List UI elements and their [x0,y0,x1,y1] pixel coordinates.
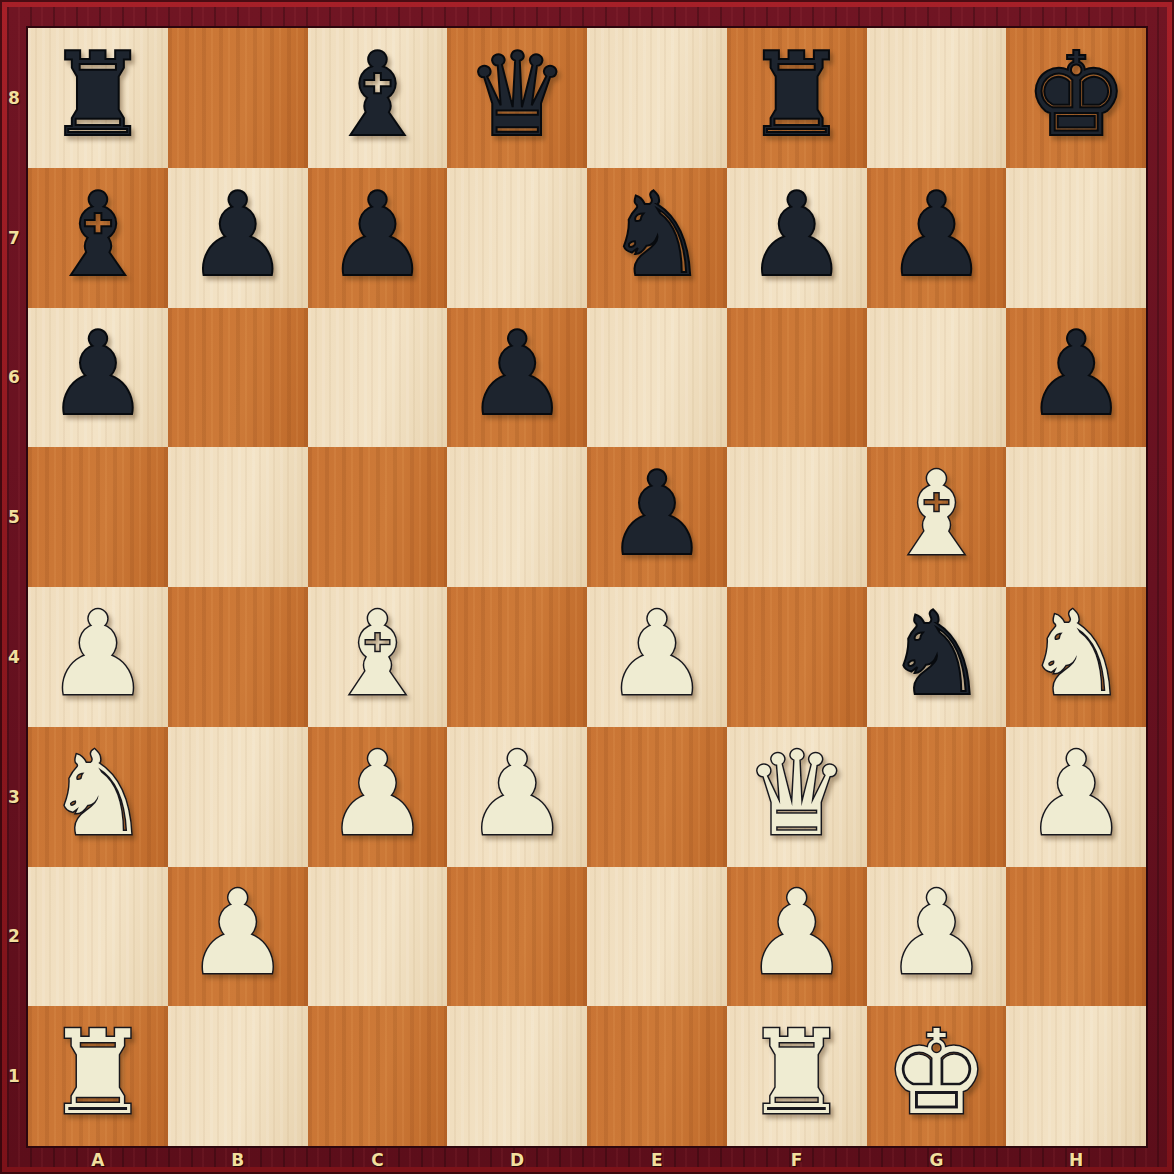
square-c3[interactable]: ♟ [308,727,448,867]
piece-white-pawn[interactable]: ♟ [745,875,849,991]
square-h1[interactable] [1006,1006,1146,1146]
square-h2[interactable] [1006,867,1146,1007]
square-h7[interactable] [1006,168,1146,308]
file-label-f: F [727,1146,867,1174]
file-label-b: B [168,1146,308,1174]
square-b8[interactable] [168,28,308,168]
rank-label-5: 5 [0,447,28,587]
square-d1[interactable] [447,1006,587,1146]
square-b4[interactable] [168,587,308,727]
piece-white-pawn[interactable]: ♟ [46,596,150,712]
piece-white-pawn[interactable]: ♟ [605,596,709,712]
rank-label-3: 3 [0,727,28,867]
piece-white-pawn[interactable]: ♟ [465,736,569,852]
piece-black-pawn[interactable]: ♟ [46,316,150,432]
square-f4[interactable] [727,587,867,727]
square-c6[interactable] [308,308,448,448]
square-d4[interactable] [447,587,587,727]
piece-white-king[interactable]: ♚ [884,1015,988,1131]
square-g3[interactable] [867,727,1007,867]
square-d5[interactable] [447,447,587,587]
square-e3[interactable] [587,727,727,867]
square-e4[interactable]: ♟ [587,587,727,727]
square-a8[interactable]: ♜ [28,28,168,168]
rank-label-6: 6 [0,308,28,448]
piece-white-queen[interactable]: ♛ [745,736,849,852]
square-e1[interactable] [587,1006,727,1146]
piece-black-king[interactable]: ♚ [1024,37,1128,153]
piece-black-queen[interactable]: ♛ [465,37,569,153]
square-e6[interactable] [587,308,727,448]
square-b6[interactable] [168,308,308,448]
square-a4[interactable]: ♟ [28,587,168,727]
square-c2[interactable] [308,867,448,1007]
square-g5[interactable]: ♝ [867,447,1007,587]
square-c5[interactable] [308,447,448,587]
rank-label-4: 4 [0,587,28,727]
rank-label-7: 7 [0,168,28,308]
file-label-c: C [308,1146,448,1174]
square-g6[interactable] [867,308,1007,448]
file-label-h: H [1006,1146,1146,1174]
piece-black-bishop[interactable]: ♝ [325,37,429,153]
piece-black-pawn[interactable]: ♟ [186,177,290,293]
file-labels: ABCDEFGH [28,1146,1146,1174]
square-c7[interactable]: ♟ [308,168,448,308]
square-a3[interactable]: ♞ [28,727,168,867]
chess-board: ♜♝♛♜♚♝♟♟♞♟♟♟♟♟♟♝♟♝♟♞♞♞♟♟♛♟♟♟♟♜♜♚ [28,28,1146,1146]
file-label-a: A [28,1146,168,1174]
piece-white-bishop[interactable]: ♝ [884,456,988,572]
square-b5[interactable] [168,447,308,587]
piece-black-pawn[interactable]: ♟ [465,316,569,432]
piece-white-pawn[interactable]: ♟ [325,736,429,852]
square-c1[interactable] [308,1006,448,1146]
square-h8[interactable]: ♚ [1006,28,1146,168]
rank-label-8: 8 [0,28,28,168]
file-label-g: G [867,1146,1007,1174]
square-g1[interactable]: ♚ [867,1006,1007,1146]
square-a5[interactable] [28,447,168,587]
square-h4[interactable]: ♞ [1006,587,1146,727]
file-label-e: E [587,1146,727,1174]
piece-black-pawn[interactable]: ♟ [745,177,849,293]
square-h3[interactable]: ♟ [1006,727,1146,867]
square-b2[interactable]: ♟ [168,867,308,1007]
piece-white-rook[interactable]: ♜ [745,1015,849,1131]
piece-black-pawn[interactable]: ♟ [325,177,429,293]
square-f3[interactable]: ♛ [727,727,867,867]
piece-white-pawn[interactable]: ♟ [1024,736,1128,852]
piece-black-pawn[interactable]: ♟ [605,456,709,572]
square-e7[interactable]: ♞ [587,168,727,308]
square-d3[interactable]: ♟ [447,727,587,867]
square-a7[interactable]: ♝ [28,168,168,308]
rank-label-1: 1 [0,1006,28,1146]
piece-white-knight[interactable]: ♞ [1024,596,1128,712]
square-d7[interactable] [447,168,587,308]
square-g8[interactable] [867,28,1007,168]
piece-black-rook[interactable]: ♜ [46,37,150,153]
square-d2[interactable] [447,867,587,1007]
square-h6[interactable]: ♟ [1006,308,1146,448]
square-h5[interactable] [1006,447,1146,587]
rank-label-2: 2 [0,867,28,1007]
square-e8[interactable] [587,28,727,168]
square-f2[interactable]: ♟ [727,867,867,1007]
piece-white-bishop[interactable]: ♝ [325,596,429,712]
piece-white-rook[interactable]: ♜ [46,1015,150,1131]
square-f7[interactable]: ♟ [727,168,867,308]
piece-black-bishop[interactable]: ♝ [46,177,150,293]
square-b3[interactable] [168,727,308,867]
square-a6[interactable]: ♟ [28,308,168,448]
square-d8[interactable]: ♛ [447,28,587,168]
piece-white-knight[interactable]: ♞ [46,736,150,852]
square-f6[interactable] [727,308,867,448]
piece-black-pawn[interactable]: ♟ [884,177,988,293]
square-g7[interactable]: ♟ [867,168,1007,308]
board-frame: 87654321 ABCDEFGH ♜♝♛♜♚♝♟♟♞♟♟♟♟♟♟♝♟♝♟♞♞♞… [0,0,1174,1174]
square-d6[interactable]: ♟ [447,308,587,448]
square-f8[interactable]: ♜ [727,28,867,168]
piece-black-pawn[interactable]: ♟ [1024,316,1128,432]
piece-white-pawn[interactable]: ♟ [186,875,290,991]
square-b1[interactable] [168,1006,308,1146]
square-f1[interactable]: ♜ [727,1006,867,1146]
square-a1[interactable]: ♜ [28,1006,168,1146]
piece-black-knight[interactable]: ♞ [605,177,709,293]
square-c8[interactable]: ♝ [308,28,448,168]
piece-black-rook[interactable]: ♜ [745,37,849,153]
square-e2[interactable] [587,867,727,1007]
piece-white-pawn[interactable]: ♟ [884,875,988,991]
square-g4[interactable]: ♞ [867,587,1007,727]
file-label-d: D [447,1146,587,1174]
square-f5[interactable] [727,447,867,587]
square-e5[interactable]: ♟ [587,447,727,587]
rank-labels: 87654321 [0,28,28,1146]
square-c4[interactable]: ♝ [308,587,448,727]
square-b7[interactable]: ♟ [168,168,308,308]
square-g2[interactable]: ♟ [867,867,1007,1007]
square-a2[interactable] [28,867,168,1007]
piece-black-knight[interactable]: ♞ [884,596,988,712]
